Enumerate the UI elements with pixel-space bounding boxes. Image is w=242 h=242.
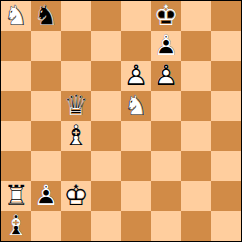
white-knight-fill-glyph: ♞ [121,91,151,121]
black-knight[interactable]: ♞♘ [31,1,61,31]
white-pawn-fill-glyph: ♟ [121,61,151,91]
square-b4[interactable] [31,121,61,151]
square-d2[interactable] [91,181,121,211]
white-king-fill-glyph: ♚ [61,181,91,211]
black-king-fill-glyph: ♚ [151,1,181,31]
square-c1[interactable] [61,211,91,241]
square-b6[interactable] [31,61,61,91]
square-h6[interactable] [211,61,241,91]
square-e1[interactable] [121,211,151,241]
square-g4[interactable] [181,121,211,151]
black-pawn-outline-glyph: ♙ [31,181,61,211]
square-a4[interactable] [1,121,31,151]
square-b2[interactable]: ♟♙ [31,181,61,211]
white-pawn-fill-glyph: ♟ [151,61,181,91]
square-f3[interactable] [151,151,181,181]
white-pawn-outline-glyph: ♙ [121,61,151,91]
square-d3[interactable] [91,151,121,181]
square-a7[interactable] [1,31,31,61]
square-f5[interactable] [151,91,181,121]
square-g7[interactable] [181,31,211,61]
white-knight[interactable]: ♞♘ [1,1,31,31]
square-g3[interactable] [181,151,211,181]
square-b5[interactable] [31,91,61,121]
square-f4[interactable] [151,121,181,151]
white-pawn[interactable]: ♟♙ [151,61,181,91]
white-pawn-outline-glyph: ♙ [151,61,181,91]
square-f2[interactable] [151,181,181,211]
black-pawn-fill-glyph: ♟ [151,31,181,61]
white-rook-outline-glyph: ♖ [1,181,31,211]
white-rook[interactable]: ♜♖ [1,181,31,211]
square-c2[interactable]: ♚♔ [61,181,91,211]
square-e3[interactable] [121,151,151,181]
square-b7[interactable] [31,31,61,61]
white-knight[interactable]: ♞♘ [121,91,151,121]
white-bishop-outline-glyph: ♗ [61,121,91,151]
white-pawn[interactable]: ♟♙ [121,61,151,91]
black-pawn-fill-glyph: ♟ [31,181,61,211]
square-e4[interactable] [121,121,151,151]
white-rook-fill-glyph: ♜ [1,181,31,211]
white-king[interactable]: ♚♔ [61,181,91,211]
white-knight-outline-glyph: ♘ [1,1,31,31]
square-e2[interactable] [121,181,151,211]
square-a2[interactable]: ♜♖ [1,181,31,211]
square-d8[interactable] [91,1,121,31]
square-c5[interactable]: ♛♕ [61,91,91,121]
square-f1[interactable] [151,211,181,241]
white-bishop-fill-glyph: ♝ [61,121,91,151]
black-knight-outline-glyph: ♘ [31,1,61,31]
white-bishop[interactable]: ♝♗ [61,121,91,151]
square-e7[interactable] [121,31,151,61]
white-king-outline-glyph: ♔ [61,181,91,211]
black-bishop-outline-glyph: ♗ [1,211,31,241]
square-d7[interactable] [91,31,121,61]
square-a3[interactable] [1,151,31,181]
black-queen[interactable]: ♛♕ [61,91,91,121]
square-c7[interactable] [61,31,91,61]
square-d4[interactable] [91,121,121,151]
white-knight-fill-glyph: ♞ [1,1,31,31]
square-f7[interactable]: ♟♙ [151,31,181,61]
black-pawn[interactable]: ♟♙ [151,31,181,61]
square-h5[interactable] [211,91,241,121]
black-king[interactable]: ♚♔ [151,1,181,31]
black-bishop[interactable]: ♝♗ [1,211,31,241]
black-queen-fill-glyph: ♛ [61,91,91,121]
square-h7[interactable] [211,31,241,61]
square-g6[interactable] [181,61,211,91]
square-f6[interactable]: ♟♙ [151,61,181,91]
square-c6[interactable] [61,61,91,91]
square-e8[interactable] [121,1,151,31]
chess-board: ♞♘♞♘♚♔♟♙♟♙♟♙♛♕♞♘♝♗♜♖♟♙♚♔♝♗ [1,1,241,241]
black-king-outline-glyph: ♔ [151,1,181,31]
square-d1[interactable] [91,211,121,241]
square-g5[interactable] [181,91,211,121]
square-h4[interactable] [211,121,241,151]
square-c8[interactable] [61,1,91,31]
chess-board-frame: ♞♘♞♘♚♔♟♙♟♙♟♙♛♕♞♘♝♗♜♖♟♙♚♔♝♗ [0,0,242,242]
square-d6[interactable] [91,61,121,91]
square-a8[interactable]: ♞♘ [1,1,31,31]
square-h1[interactable] [211,211,241,241]
square-a6[interactable] [1,61,31,91]
square-g2[interactable] [181,181,211,211]
black-pawn-outline-glyph: ♙ [151,31,181,61]
square-g1[interactable] [181,211,211,241]
square-b3[interactable] [31,151,61,181]
square-f8[interactable]: ♚♔ [151,1,181,31]
white-knight-outline-glyph: ♘ [121,91,151,121]
square-g8[interactable] [181,1,211,31]
square-b1[interactable] [31,211,61,241]
black-bishop-fill-glyph: ♝ [1,211,31,241]
square-e6[interactable]: ♟♙ [121,61,151,91]
square-b8[interactable]: ♞♘ [31,1,61,31]
black-queen-outline-glyph: ♕ [61,91,91,121]
black-pawn[interactable]: ♟♙ [31,181,61,211]
square-e5[interactable]: ♞♘ [121,91,151,121]
square-c3[interactable] [61,151,91,181]
square-h8[interactable] [211,1,241,31]
square-h2[interactable] [211,181,241,211]
square-a5[interactable] [1,91,31,121]
square-a1[interactable]: ♝♗ [1,211,31,241]
square-h3[interactable] [211,151,241,181]
square-c4[interactable]: ♝♗ [61,121,91,151]
black-knight-fill-glyph: ♞ [31,1,61,31]
square-d5[interactable] [91,91,121,121]
